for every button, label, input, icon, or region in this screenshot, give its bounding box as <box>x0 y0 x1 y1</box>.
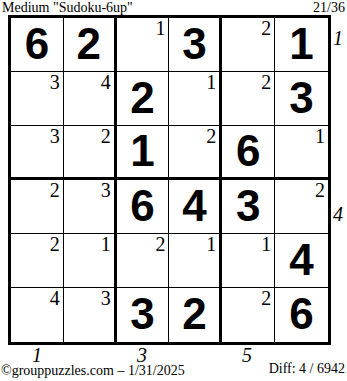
cell-r1c4[interactable]: 3 <box>169 18 222 72</box>
cell-r3c2[interactable]: 2 <box>64 126 117 180</box>
corner-clue: 3 <box>50 72 60 93</box>
puzzle-title: Medium "Sudoku-6up" <box>2 0 133 15</box>
cell-r1c1[interactable]: 6 <box>11 18 64 72</box>
cell-value: 6 <box>236 129 260 173</box>
cell-r2c2[interactable]: 4 <box>64 72 117 126</box>
cell-value: 2 <box>182 292 206 336</box>
corner-clue: 2 <box>206 126 216 147</box>
cell-r3c3[interactable]: 1 <box>117 126 170 180</box>
cell-value: 3 <box>289 76 313 120</box>
corner-clue: 1 <box>155 18 165 39</box>
cell-r6c1[interactable]: 4 <box>11 288 64 342</box>
cell-value: 6 <box>25 22 49 66</box>
corner-clue: 3 <box>50 126 60 147</box>
cell-r2c6[interactable]: 3 <box>275 72 328 126</box>
corner-clue: 3 <box>101 288 111 309</box>
row-label-1: 1 <box>333 28 347 49</box>
corner-clue: 2 <box>101 126 111 147</box>
cell-r4c2[interactable]: 3 <box>64 180 117 234</box>
corner-clue: 1 <box>315 126 325 147</box>
corner-clue: 1 <box>101 234 111 255</box>
cell-r2c5[interactable]: 2 <box>222 72 275 126</box>
cell-value: 4 <box>289 238 313 282</box>
cell-r1c5[interactable]: 2 <box>222 18 275 72</box>
cell-r5c6[interactable]: 4 <box>275 234 328 288</box>
corner-clue: 1 <box>261 234 271 255</box>
cell-r2c1[interactable]: 3 <box>11 72 64 126</box>
cell-r5c2[interactable]: 1 <box>64 234 117 288</box>
cell-r2c3[interactable]: 2 <box>117 72 170 126</box>
corner-clue: 4 <box>50 288 60 309</box>
corner-clue: 1 <box>206 234 216 255</box>
corner-clue: 2 <box>50 180 60 201</box>
cell-r5c3[interactable]: 2 <box>117 234 170 288</box>
copyright-text: ©grouppuzzles.com – 1/31/2025 <box>1 363 185 378</box>
corner-clue: 1 <box>206 72 216 93</box>
cell-r3c1[interactable]: 3 <box>11 126 64 180</box>
row-label-4: 4 <box>333 204 347 225</box>
cell-r4c1[interactable]: 2 <box>11 180 64 234</box>
cell-value: 4 <box>182 184 206 228</box>
cell-value: 3 <box>130 292 154 336</box>
corner-clue: 2 <box>50 234 60 255</box>
clue-counter: 21/36 <box>313 0 345 15</box>
corner-clue: 4 <box>101 72 111 93</box>
cell-value: 3 <box>236 184 260 228</box>
cell-r6c3[interactable]: 3 <box>117 288 170 342</box>
cell-r4c4[interactable]: 4 <box>169 180 222 234</box>
cell-r4c6[interactable]: 2 <box>275 180 328 234</box>
col-label-5: 5 <box>218 345 276 366</box>
cell-r2c4[interactable]: 1 <box>169 72 222 126</box>
cell-r5c1[interactable]: 2 <box>11 234 64 288</box>
cell-r6c4[interactable]: 2 <box>169 288 222 342</box>
cell-r1c3[interactable]: 1 <box>117 18 170 72</box>
difficulty-text: Diff: 4 / 6942 <box>269 361 345 376</box>
cell-r4c5[interactable]: 3 <box>222 180 275 234</box>
cell-r5c5[interactable]: 1 <box>222 234 275 288</box>
cell-value: 1 <box>289 22 313 66</box>
cell-value: 6 <box>289 292 313 336</box>
corner-clue: 2 <box>261 72 271 93</box>
cell-r5c4[interactable]: 1 <box>169 234 222 288</box>
cell-r3c4[interactable]: 2 <box>169 126 222 180</box>
cell-value: 2 <box>130 76 154 120</box>
cell-r1c2[interactable]: 2 <box>64 18 117 72</box>
corner-clue: 2 <box>315 180 325 201</box>
cell-value: 6 <box>130 184 154 228</box>
cell-value: 2 <box>77 22 101 66</box>
corner-clue: 2 <box>261 18 271 39</box>
cell-r3c5[interactable]: 6 <box>222 126 275 180</box>
cell-value: 1 <box>130 129 154 173</box>
corner-clue: 3 <box>101 180 111 201</box>
cell-r3c6[interactable]: 1 <box>275 126 328 180</box>
corner-clue: 2 <box>155 234 165 255</box>
cell-r4c3[interactable]: 6 <box>117 180 170 234</box>
cell-value: 3 <box>182 22 206 66</box>
cell-r1c6[interactable]: 1 <box>275 18 328 72</box>
cell-r6c2[interactable]: 3 <box>64 288 117 342</box>
cell-r6c6[interactable]: 6 <box>275 288 328 342</box>
corner-clue: 2 <box>261 288 271 309</box>
sudoku-board: 621321342123321261236432212114433226 <box>8 15 331 345</box>
cell-r6c5[interactable]: 2 <box>222 288 275 342</box>
